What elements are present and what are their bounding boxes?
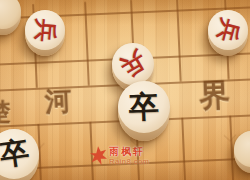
xiangqi-piece-p4-red-soldier[interactable]: 兵 xyxy=(208,10,248,56)
piece-face: 卒 xyxy=(118,81,170,133)
river-inscription-he: 河 xyxy=(44,88,72,116)
watermark-site-name: 雨枫轩 xyxy=(109,147,149,157)
soldier-point-marker xyxy=(224,129,237,142)
xiangqi-piece-p5-black-soldier[interactable]: 卒 xyxy=(118,81,170,140)
piece-character: 卒 xyxy=(0,137,30,170)
watermark-site-url: Rain8.com xyxy=(109,158,149,166)
xiangqi-piece-p2-red-soldier[interactable]: 兵 xyxy=(25,10,65,56)
maple-leaf-icon xyxy=(90,146,107,166)
piece-character: 兵 xyxy=(214,16,242,44)
piece-face: 兵 xyxy=(208,10,248,50)
watermark: 雨枫轩 Rain8.com xyxy=(90,146,149,166)
piece-character: 卒 xyxy=(128,92,159,123)
piece-character: 兵 xyxy=(33,18,58,43)
piece-face: 兵 xyxy=(25,10,65,50)
piece-character: 兵 xyxy=(117,48,150,81)
piece-face xyxy=(0,0,21,29)
watermark-text: 雨枫轩 Rain8.com xyxy=(109,147,149,166)
river-inscription-jie: 界 xyxy=(198,79,230,111)
grid-vertical-line xyxy=(176,0,182,82)
grid-vertical-line xyxy=(181,117,186,180)
river-inscription-chu: 楚 xyxy=(0,100,11,125)
xiangqi-board-photo: 楚河界 兵兵兵卒卒 雨枫轩 Rain8.com xyxy=(0,0,250,180)
piece-face: 兵 xyxy=(112,43,154,85)
